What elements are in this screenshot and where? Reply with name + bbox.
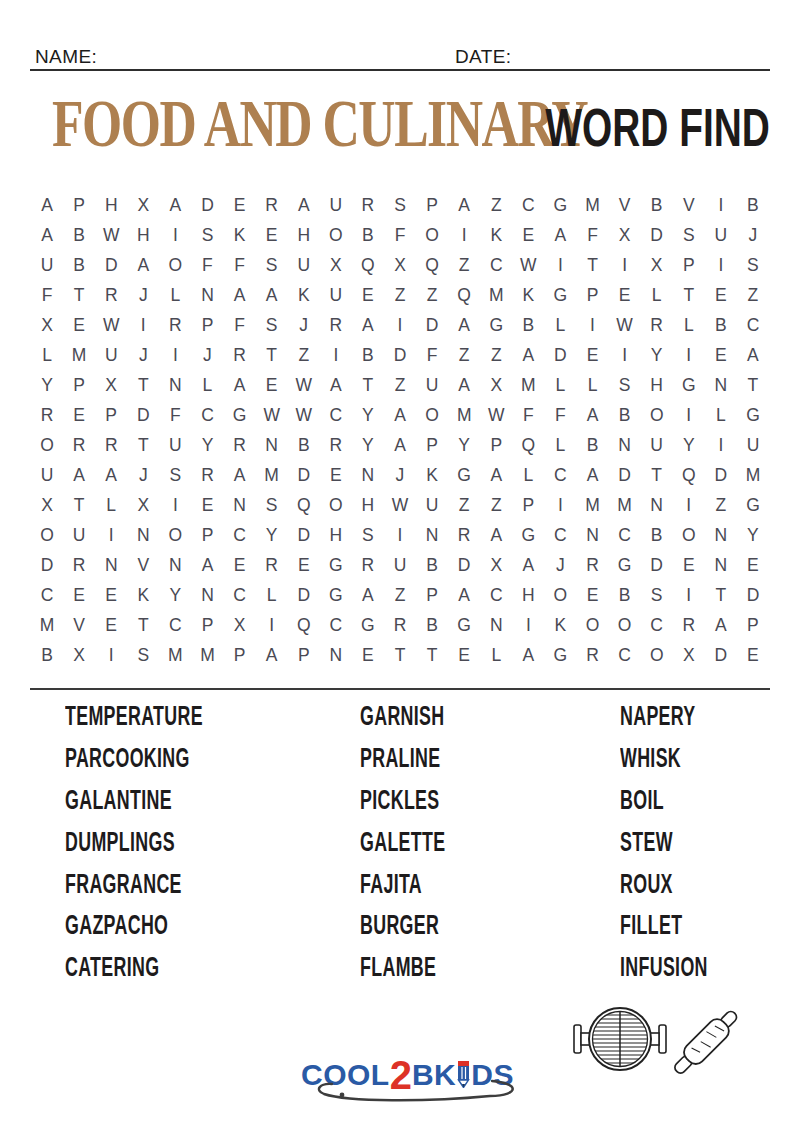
grid-cell: G	[544, 190, 576, 220]
grid-cell: P	[416, 190, 448, 220]
grid-cell: H	[641, 370, 673, 400]
grid-cell: X	[384, 250, 416, 280]
grid-cell: L	[544, 430, 576, 460]
grid-cell: U	[31, 460, 63, 490]
grid-cell: R	[641, 310, 673, 340]
grid-cell: W	[480, 400, 512, 430]
grid-cell: G	[320, 550, 352, 580]
grid-cell: D	[705, 460, 737, 490]
grid-cell: I	[159, 490, 191, 520]
grid-cell: W	[384, 490, 416, 520]
grid-cell: X	[480, 550, 512, 580]
grid-cell: Z	[384, 280, 416, 310]
word-item: GAZPACHO	[65, 905, 274, 947]
grid-cell: E	[95, 580, 127, 610]
grid-cell: B	[609, 400, 641, 430]
grid-cell: A	[448, 370, 480, 400]
grid-cell: G	[609, 550, 641, 580]
grid-cell: D	[705, 640, 737, 670]
grid-cell: A	[448, 310, 480, 340]
word-item: PICKLES	[360, 780, 490, 822]
grid-cell: E	[224, 550, 256, 580]
grid-cell: H	[95, 190, 127, 220]
grid-cell: I	[705, 430, 737, 460]
grid-cell: S	[256, 490, 288, 520]
grid-cell: I	[448, 220, 480, 250]
grid-cell: E	[737, 640, 769, 670]
grid-cell: W	[288, 370, 320, 400]
grid-cell: N	[159, 550, 191, 580]
grid-cell: U	[384, 550, 416, 580]
grid-cell: E	[63, 580, 95, 610]
grid-cell: K	[544, 610, 576, 640]
grid-cell: T	[127, 610, 159, 640]
grid-cell: S	[256, 310, 288, 340]
grid-cell: L	[480, 640, 512, 670]
grid-cell: Z	[416, 280, 448, 310]
grid-cell: I	[127, 310, 159, 340]
grid-cell: N	[576, 520, 608, 550]
word-item: FILLET	[620, 905, 753, 947]
grid-cell: K	[480, 220, 512, 250]
grid-cell: E	[448, 640, 480, 670]
grid-cell: W	[256, 400, 288, 430]
grid-cell: G	[480, 310, 512, 340]
grid-cell: I	[159, 340, 191, 370]
grid-cell: N	[127, 520, 159, 550]
grid-cell: M	[159, 640, 191, 670]
grid-cell: A	[31, 190, 63, 220]
grid-cell: B	[352, 340, 384, 370]
grid-cell: I	[705, 190, 737, 220]
grid-cell: E	[288, 550, 320, 580]
grid-cell: X	[31, 490, 63, 520]
grid-cell: J	[127, 280, 159, 310]
grid-cell: R	[352, 550, 384, 580]
grid-cell: A	[705, 610, 737, 640]
grid-cell: R	[63, 430, 95, 460]
grid-cell: F	[224, 310, 256, 340]
grid-cell: P	[737, 610, 769, 640]
grid-cell: O	[159, 520, 191, 550]
grid-cell: A	[224, 370, 256, 400]
word-item: PARCOOKING	[65, 738, 274, 780]
date-label: DATE:	[455, 46, 512, 68]
grid-cell: J	[544, 550, 576, 580]
grid-cell: I	[256, 610, 288, 640]
grid-cell: R	[95, 280, 127, 310]
grid-cell: R	[63, 550, 95, 580]
word-item: INFUSION	[620, 947, 753, 989]
grid-cell: F	[416, 340, 448, 370]
grid-cell: N	[641, 490, 673, 520]
grid-cell: G	[352, 610, 384, 640]
grid-cell: A	[480, 520, 512, 550]
grid-cell: O	[31, 520, 63, 550]
grid-cell: B	[641, 520, 673, 550]
grid-cell: L	[673, 310, 705, 340]
grid-cell: Q	[416, 250, 448, 280]
grid-cell: S	[127, 640, 159, 670]
grid-cell: O	[641, 640, 673, 670]
grid-cell: A	[224, 280, 256, 310]
grid-cell: T	[352, 370, 384, 400]
grid-cell: C	[480, 580, 512, 610]
grid-cell: T	[705, 580, 737, 610]
grid-cell: C	[609, 520, 641, 550]
grid-cell: B	[63, 250, 95, 280]
grid-cell: A	[544, 220, 576, 250]
grid-cell: P	[224, 640, 256, 670]
grid-cell: N	[705, 370, 737, 400]
grid-cell: I	[673, 490, 705, 520]
grid-cell: C	[737, 310, 769, 340]
grid-cell: D	[737, 580, 769, 610]
grid-cell: C	[191, 400, 223, 430]
grid-cell: N	[609, 430, 641, 460]
grid-cell: N	[159, 370, 191, 400]
word-item: CATERING	[65, 947, 274, 989]
grid-cell: Q	[288, 490, 320, 520]
grid-cell: S	[352, 520, 384, 550]
word-list-column-3: NAPERYWHISKBOILSTEWROUXFILLETINFUSION	[620, 696, 753, 989]
grid-cell: B	[416, 550, 448, 580]
grid-cell: R	[256, 550, 288, 580]
logo-swoosh-underline	[286, 1077, 530, 1107]
grid-cell: F	[224, 250, 256, 280]
grid-cell: A	[256, 640, 288, 670]
grid-cell: S	[609, 370, 641, 400]
grid-cell: P	[480, 430, 512, 460]
grid-cell: A	[384, 400, 416, 430]
grid-cell: T	[63, 490, 95, 520]
grid-cell: D	[288, 520, 320, 550]
grid-cell: R	[673, 610, 705, 640]
grid-cell: J	[127, 340, 159, 370]
grid-cell: T	[63, 280, 95, 310]
grid-cell: M	[31, 610, 63, 640]
grid-cell: D	[416, 310, 448, 340]
grid-cell: K	[127, 580, 159, 610]
grid-cell: B	[288, 430, 320, 460]
grid-cell: C	[544, 460, 576, 490]
grid-cell: F	[544, 400, 576, 430]
grid-cell: S	[256, 250, 288, 280]
grid-cell: B	[352, 220, 384, 250]
grid-cell: S	[384, 190, 416, 220]
grid-cell: X	[673, 640, 705, 670]
grid-cell: A	[448, 190, 480, 220]
grid-cell: P	[576, 280, 608, 310]
grid-cell: T	[384, 640, 416, 670]
grid-cell: P	[673, 250, 705, 280]
grid-cell: I	[159, 220, 191, 250]
grid-cell: B	[63, 220, 95, 250]
grid-cell: M	[191, 640, 223, 670]
grid-cell: P	[288, 640, 320, 670]
grid-cell: A	[288, 190, 320, 220]
grid-cell: S	[673, 220, 705, 250]
grid-cell: D	[384, 340, 416, 370]
word-item: GALETTE	[360, 821, 490, 863]
grid-cell: S	[159, 460, 191, 490]
grid-cell: R	[352, 190, 384, 220]
grid-cell: F	[159, 400, 191, 430]
grid-cell: U	[95, 340, 127, 370]
grid-cell: E	[256, 370, 288, 400]
grid-cell: B	[641, 190, 673, 220]
grid-cell: N	[705, 520, 737, 550]
grid-cell: Y	[159, 580, 191, 610]
grid-cell: I	[95, 640, 127, 670]
word-item: NAPERY	[620, 696, 753, 738]
grid-cell: M	[63, 340, 95, 370]
grid-cell: R	[320, 310, 352, 340]
grid-cell: G	[544, 640, 576, 670]
grid-cell: C	[641, 610, 673, 640]
grid-cell: Y	[191, 430, 223, 460]
grid-cell: F	[576, 220, 608, 250]
word-item: BOIL	[620, 780, 753, 822]
grid-cell: M	[256, 460, 288, 490]
grid-cell: P	[416, 580, 448, 610]
grid-cell: E	[352, 280, 384, 310]
grid-cell: L	[544, 310, 576, 340]
grid-cell: T	[673, 280, 705, 310]
grid-cell: T	[127, 370, 159, 400]
grid-cell: N	[256, 430, 288, 460]
grid-cell: I	[673, 340, 705, 370]
grid-cell: H	[127, 220, 159, 250]
grid-cell: I	[544, 250, 576, 280]
grid-cell: L	[159, 280, 191, 310]
grid-cell: H	[320, 520, 352, 550]
grid-cell: P	[63, 370, 95, 400]
page-subtitle: WORD FIND	[545, 96, 770, 158]
grid-cell: C	[159, 610, 191, 640]
grid-cell: T	[641, 460, 673, 490]
page-title: FOOD AND CULINARY	[52, 84, 587, 163]
grid-cell: A	[31, 220, 63, 250]
grid-cell: Z	[448, 250, 480, 280]
grid-cell: P	[191, 610, 223, 640]
grid-cell: V	[673, 190, 705, 220]
grid-cell: A	[127, 250, 159, 280]
rolling-pin-icon	[662, 1000, 748, 1090]
grid-cell: C	[224, 520, 256, 550]
grid-cell: S	[641, 580, 673, 610]
grid-cell: V	[609, 190, 641, 220]
grid-cell: E	[320, 460, 352, 490]
grid-cell: A	[576, 400, 608, 430]
grid-cell: R	[256, 190, 288, 220]
grid-cell: D	[127, 400, 159, 430]
grid-cell: E	[609, 280, 641, 310]
grid-cell: T	[737, 370, 769, 400]
grid-cell: G	[448, 610, 480, 640]
grid-cell: A	[95, 460, 127, 490]
grid-cell: O	[609, 610, 641, 640]
grid-cell: D	[191, 190, 223, 220]
grid-cell: E	[512, 220, 544, 250]
word-item: FLAMBE	[360, 947, 490, 989]
grid-cell: P	[191, 310, 223, 340]
word-search-grid[interactable]: APHXADERAURSPAZCGMVBVIBABWHISKEHOBFOIKEA…	[31, 190, 769, 670]
grid-cell: M	[512, 370, 544, 400]
grid-cell: X	[63, 640, 95, 670]
grid-cell: X	[641, 250, 673, 280]
grid-cell: R	[576, 640, 608, 670]
grid-cell: N	[705, 550, 737, 580]
grid-cell: U	[63, 520, 95, 550]
grid-cell: G	[224, 400, 256, 430]
grid-cell: Z	[737, 280, 769, 310]
word-item: FAJITA	[360, 863, 490, 905]
grid-cell: R	[224, 340, 256, 370]
grid-cell: E	[63, 310, 95, 340]
grid-cell: R	[576, 550, 608, 580]
grid-cell: C	[224, 580, 256, 610]
grid-cell: A	[512, 550, 544, 580]
grid-cell: I	[320, 340, 352, 370]
grid-cell: B	[705, 310, 737, 340]
grid-cell: B	[416, 610, 448, 640]
grid-cell: R	[384, 610, 416, 640]
grid-cell: J	[191, 340, 223, 370]
grid-wordlist-divider	[30, 688, 770, 690]
grid-cell: Z	[705, 490, 737, 520]
grid-cell: P	[63, 190, 95, 220]
grid-cell: A	[512, 340, 544, 370]
grid-cell: Z	[448, 340, 480, 370]
grid-cell: G	[544, 280, 576, 310]
grid-cell: Q	[512, 430, 544, 460]
grid-cell: R	[448, 520, 480, 550]
grid-cell: U	[159, 430, 191, 460]
name-date-underline	[30, 69, 770, 71]
grid-cell: O	[31, 430, 63, 460]
grid-cell: I	[609, 250, 641, 280]
grid-cell: X	[95, 370, 127, 400]
grid-cell: O	[416, 400, 448, 430]
grid-cell: U	[288, 250, 320, 280]
grid-cell: D	[448, 550, 480, 580]
grid-cell: A	[63, 460, 95, 490]
word-item: GARNISH	[360, 696, 490, 738]
grid-cell: G	[320, 580, 352, 610]
word-item: DUMPLINGS	[65, 821, 274, 863]
grid-cell: F	[512, 400, 544, 430]
grid-cell: N	[191, 580, 223, 610]
grid-cell: L	[705, 400, 737, 430]
grid-cell: D	[641, 550, 673, 580]
grid-cell: A	[448, 580, 480, 610]
grid-cell: D	[609, 460, 641, 490]
grid-cell: O	[544, 580, 576, 610]
grid-cell: U	[320, 280, 352, 310]
grid-cell: F	[191, 250, 223, 280]
grid-cell: B	[576, 430, 608, 460]
grid-cell: P	[512, 490, 544, 520]
grid-cell: E	[576, 340, 608, 370]
grid-cell: Y	[448, 430, 480, 460]
grid-cell: O	[641, 400, 673, 430]
grid-cell: L	[256, 580, 288, 610]
grid-cell: A	[384, 430, 416, 460]
grid-cell: D	[641, 220, 673, 250]
grid-cell: A	[159, 190, 191, 220]
grid-cell: J	[737, 220, 769, 250]
grid-cell: N	[191, 280, 223, 310]
grid-cell: K	[224, 220, 256, 250]
grill-icon	[572, 1006, 668, 1076]
grid-cell: C	[512, 190, 544, 220]
grid-cell: Z	[448, 490, 480, 520]
word-list: TEMPERATUREPARCOOKINGGALANTINEDUMPLINGSF…	[0, 696, 800, 986]
grid-cell: O	[320, 490, 352, 520]
grid-cell: N	[224, 490, 256, 520]
grid-cell: C	[320, 610, 352, 640]
grid-cell: X	[31, 310, 63, 340]
word-item: TEMPERATURE	[65, 696, 274, 738]
grid-cell: A	[224, 460, 256, 490]
grid-cell: Y	[673, 430, 705, 460]
grid-cell: P	[95, 400, 127, 430]
grid-cell: Q	[448, 280, 480, 310]
grid-cell: W	[609, 310, 641, 340]
grid-cell: L	[641, 280, 673, 310]
grid-cell: Y	[256, 520, 288, 550]
grid-cell: E	[737, 550, 769, 580]
grid-cell: Z	[480, 190, 512, 220]
grid-cell: I	[95, 520, 127, 550]
grid-cell: Z	[480, 490, 512, 520]
grid-cell: P	[191, 520, 223, 550]
worksheet-page: NAME: DATE: FOOD AND CULINARY WORD FIND …	[0, 0, 800, 1132]
grid-cell: O	[416, 220, 448, 250]
grid-cell: E	[191, 490, 223, 520]
grid-cell: I	[384, 310, 416, 340]
grid-cell: J	[384, 460, 416, 490]
grid-cell: K	[288, 280, 320, 310]
grid-cell: D	[288, 460, 320, 490]
grid-cell: O	[673, 520, 705, 550]
grid-cell: I	[512, 610, 544, 640]
grid-cell: T	[576, 250, 608, 280]
grid-cell: A	[352, 310, 384, 340]
grid-cell: Q	[352, 250, 384, 280]
grid-cell: X	[127, 490, 159, 520]
cool2bkids-logo: COOL2BK DS	[300, 1053, 515, 1113]
grid-cell: E	[705, 340, 737, 370]
grid-cell: A	[256, 280, 288, 310]
grid-cell: U	[641, 430, 673, 460]
grid-cell: G	[673, 370, 705, 400]
grid-cell: I	[705, 250, 737, 280]
grid-cell: Y	[352, 430, 384, 460]
grid-cell: X	[609, 220, 641, 250]
grid-cell: N	[480, 610, 512, 640]
grid-cell: R	[95, 430, 127, 460]
grid-cell: K	[512, 280, 544, 310]
grid-cell: P	[416, 430, 448, 460]
grid-cell: E	[256, 220, 288, 250]
grid-cell: U	[416, 370, 448, 400]
grid-cell: B	[737, 190, 769, 220]
grid-cell: W	[95, 310, 127, 340]
grid-cell: G	[737, 490, 769, 520]
grid-cell: R	[159, 310, 191, 340]
